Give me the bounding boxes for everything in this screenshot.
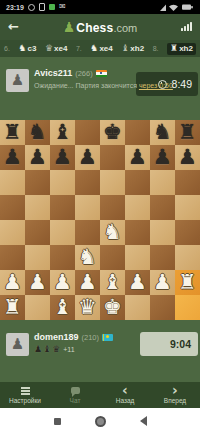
player-name-bottom: domen189 (34, 332, 79, 342)
piece-black-pawn[interactable]: ♟ (75, 145, 100, 170)
mail-icon: ✉ (59, 4, 66, 10)
nav-label: Настройки (9, 397, 41, 404)
chess-board: ♜♞♝♚♞♜♟♟♟♟♟♟♟♞♞♟♟♟♟♝♟♟♜♜♝♛♚ (0, 120, 200, 320)
square-b1[interactable] (25, 295, 50, 320)
square-b5[interactable] (25, 195, 50, 220)
move-number: 6. (4, 45, 10, 52)
nav-label: Вперед (164, 397, 186, 404)
piece-white-pawn[interactable]: ♟ (50, 270, 75, 295)
square-e1[interactable]: ♚ (100, 295, 125, 320)
move-san: xh2 (179, 44, 193, 53)
material-advantage: +11 (63, 346, 74, 353)
piece-white-pawn[interactable]: ♟ (0, 270, 25, 295)
figurine-queen-icon: ♛ (45, 44, 53, 53)
move-entry[interactable]: ♛xe4 (45, 44, 67, 53)
square-a4[interactable] (0, 220, 25, 245)
figurine-knight-icon: ♞ (18, 44, 26, 53)
square-e2[interactable]: ♝ (100, 270, 125, 295)
square-f6[interactable] (125, 170, 150, 195)
player-name-top: Avics211 (34, 68, 72, 78)
move-number: 7. (76, 45, 82, 52)
square-b7[interactable]: ♟ (25, 145, 50, 170)
piece-white-bishop[interactable]: ♝ (100, 270, 125, 295)
piece-black-pawn[interactable]: ♟ (25, 145, 50, 170)
avatar-top[interactable]: ♟ (6, 69, 29, 92)
back-chevron-icon: ‹ (122, 386, 128, 395)
nav-label: Чат (70, 397, 81, 404)
move-entry[interactable]: ♞xe4 (90, 44, 112, 53)
move-san: xh2 (130, 44, 144, 53)
square-f4[interactable] (125, 220, 150, 245)
piece-black-pawn[interactable]: ♟ (50, 145, 75, 170)
avatar-pawn-icon: ♟ (11, 73, 24, 88)
square-e6[interactable] (100, 170, 125, 195)
square-f8[interactable] (125, 120, 150, 145)
square-c4[interactable] (50, 220, 75, 245)
nav-chat[interactable]: Чат (50, 382, 100, 408)
back-arrow-icon[interactable]: ← (8, 19, 19, 35)
status-right-icons (158, 2, 194, 12)
app-header: ← ♟ Chess .com (0, 14, 200, 40)
status-bar: 23:19 ✉ (0, 0, 200, 14)
recents-square-icon[interactable] (54, 418, 61, 425)
square-g7[interactable]: ♟ (150, 145, 175, 170)
player-flag-icon (102, 334, 113, 341)
square-d7[interactable]: ♟ (75, 145, 100, 170)
square-c5[interactable] (50, 195, 75, 220)
phone-screen: 23:19 ✉ ← ♟ Chess .com 6.♞c3♛xe47.♞xe4♝x… (0, 0, 200, 434)
square-e3[interactable] (100, 245, 125, 270)
piece-white-pawn[interactable]: ♟ (150, 270, 175, 295)
square-g3[interactable] (150, 245, 175, 270)
square-d2[interactable]: ♟ (75, 270, 100, 295)
square-h5[interactable] (175, 195, 200, 220)
player-rating-bottom: (210) (82, 333, 100, 342)
piece-black-knight[interactable]: ♞ (25, 120, 50, 145)
status-time: 23:19 (6, 4, 24, 11)
piece-black-knight[interactable]: ♞ (150, 120, 175, 145)
piece-white-knight[interactable]: ♞ (100, 220, 125, 245)
square-b4[interactable] (25, 220, 50, 245)
piece-white-pawn[interactable]: ♟ (25, 270, 50, 295)
chat-bubble-icon (71, 387, 80, 394)
signal-icon (160, 5, 166, 12)
square-b6[interactable] (25, 170, 50, 195)
square-h2[interactable]: ♜ (175, 270, 200, 295)
nav-back-move[interactable]: ‹ Назад (100, 382, 150, 408)
square-c2[interactable]: ♟ (50, 270, 75, 295)
square-a3[interactable] (0, 245, 25, 270)
square-f1[interactable] (125, 295, 150, 320)
nav-label: Назад (116, 397, 135, 404)
square-a6[interactable] (0, 170, 25, 195)
avatar-bottom[interactable]: ♟ (6, 333, 29, 356)
piece-white-king[interactable]: ♚ (100, 295, 125, 320)
piece-white-rook[interactable]: ♜ (0, 295, 25, 320)
vibrate-icon (39, 3, 45, 11)
square-d6[interactable] (75, 170, 100, 195)
captured-piece-icon: ♝ (43, 345, 51, 354)
logo-text-chess: Chess (76, 21, 113, 35)
square-e5[interactable] (100, 195, 125, 220)
piece-white-queen[interactable]: ♛ (75, 295, 100, 320)
forward-chevron-icon: › (172, 386, 178, 395)
chesscom-logo: ♟ Chess .com (63, 20, 137, 35)
square-g8[interactable]: ♞ (150, 120, 175, 145)
square-f2[interactable]: ♟ (125, 270, 150, 295)
figurine-rook-icon: ♜ (170, 44, 178, 53)
figurine-knight-icon: ♞ (90, 44, 98, 53)
piece-white-rook[interactable]: ♜ (175, 270, 200, 295)
alarm-icon (28, 4, 35, 11)
player-rating-top: (266) (75, 69, 93, 78)
piece-white-pawn[interactable]: ♟ (125, 270, 150, 295)
app-square-icon (49, 4, 55, 10)
move-san: xe4 (54, 44, 67, 53)
square-h8[interactable]: ♜ (175, 120, 200, 145)
square-g6[interactable] (150, 170, 175, 195)
square-e8[interactable]: ♚ (100, 120, 125, 145)
square-f7[interactable]: ♟ (125, 145, 150, 170)
home-circle-icon[interactable] (95, 416, 106, 427)
logo-text-com: .com (113, 22, 137, 34)
move-san: c3 (27, 44, 36, 53)
square-e4[interactable]: ♞ (100, 220, 125, 245)
nav-forward-move[interactable]: › Вперед (150, 382, 200, 408)
nav-settings[interactable]: Настройки (0, 382, 50, 408)
square-h7[interactable]: ♟ (175, 145, 200, 170)
square-f3[interactable] (125, 245, 150, 270)
move-entry[interactable]: ♞c3 (18, 44, 36, 53)
piece-black-rook[interactable]: ♜ (0, 120, 25, 145)
piece-black-rook[interactable]: ♜ (175, 120, 200, 145)
square-g2[interactable]: ♟ (150, 270, 175, 295)
settings-list-icon (21, 387, 30, 389)
game-status-text: Ожидание... Партия закончится через 0:50 (34, 82, 198, 89)
square-a5[interactable] (0, 195, 25, 220)
move-number: 8. (153, 45, 159, 52)
app-nav-bar: Настройки Чат ‹ Назад › Вперед (0, 382, 200, 408)
piece-black-pawn[interactable]: ♟ (150, 145, 175, 170)
square-h4[interactable] (175, 220, 200, 245)
square-e7[interactable] (100, 145, 125, 170)
move-entry[interactable]: ♝xh2 (121, 44, 144, 53)
piece-white-knight[interactable]: ♞ (75, 245, 100, 270)
square-a2[interactable]: ♟ (0, 270, 25, 295)
clock-bottom: 9:04 (140, 332, 198, 356)
piece-white-bishop[interactable]: ♝ (50, 295, 75, 320)
square-h1[interactable] (175, 295, 200, 320)
avatar-pawn-icon: ♟ (11, 337, 24, 352)
move-list: 6.♞c3♛xe47.♞xe4♝xh28.♜xh2 (0, 40, 200, 57)
square-b3[interactable] (25, 245, 50, 270)
piece-black-pawn[interactable]: ♟ (0, 145, 25, 170)
piece-black-bishop[interactable]: ♝ (50, 120, 75, 145)
piece-black-pawn[interactable]: ♟ (125, 145, 150, 170)
move-entry[interactable]: ♜xh2 (167, 43, 196, 55)
captured-piece-icon: ♟ (34, 345, 42, 354)
square-b2[interactable]: ♟ (25, 270, 50, 295)
square-d8[interactable] (75, 120, 100, 145)
square-g4[interactable] (150, 220, 175, 245)
android-nav-bar (0, 408, 200, 434)
connection-strength-icon (181, 22, 192, 31)
square-d5[interactable] (75, 195, 100, 220)
player-card-top: ♟ Avics211 (266) Ожидание... Партия зако… (0, 64, 200, 100)
pawn-logo-icon: ♟ (63, 20, 76, 34)
battery-icon (182, 5, 191, 10)
square-f5[interactable] (125, 195, 150, 220)
wifi-icon (169, 5, 178, 11)
player-card-bottom: ♟ domen189 (210) ♟♝♛+11 9:04 (0, 328, 200, 364)
captured-piece-icon: ♛ (52, 345, 60, 354)
square-a8[interactable]: ♜ (0, 120, 25, 145)
square-h6[interactable] (175, 170, 200, 195)
square-c7[interactable]: ♟ (50, 145, 75, 170)
clock-time-bottom: 9:04 (170, 338, 191, 350)
square-d1[interactable]: ♛ (75, 295, 100, 320)
captured-pieces: ♟♝♛+11 (34, 345, 75, 354)
square-c6[interactable] (50, 170, 75, 195)
back-triangle-icon[interactable] (140, 416, 147, 426)
square-c8[interactable]: ♝ (50, 120, 75, 145)
square-h3[interactable] (175, 245, 200, 270)
square-c1[interactable]: ♝ (50, 295, 75, 320)
figurine-bishop-icon: ♝ (121, 44, 129, 53)
piece-black-pawn[interactable]: ♟ (175, 145, 200, 170)
square-d3[interactable]: ♞ (75, 245, 100, 270)
move-san: xe4 (99, 44, 112, 53)
abort-countdown-link: через 0:50 (139, 82, 173, 89)
square-g1[interactable] (150, 295, 175, 320)
square-b8[interactable]: ♞ (25, 120, 50, 145)
square-a1[interactable]: ♜ (0, 295, 25, 320)
square-d4[interactable] (75, 220, 100, 245)
piece-black-king[interactable]: ♚ (100, 120, 125, 145)
square-c3[interactable] (50, 245, 75, 270)
piece-white-pawn[interactable]: ♟ (75, 270, 100, 295)
player-flag-icon (96, 70, 107, 77)
square-g5[interactable] (150, 195, 175, 220)
square-a7[interactable]: ♟ (0, 145, 25, 170)
